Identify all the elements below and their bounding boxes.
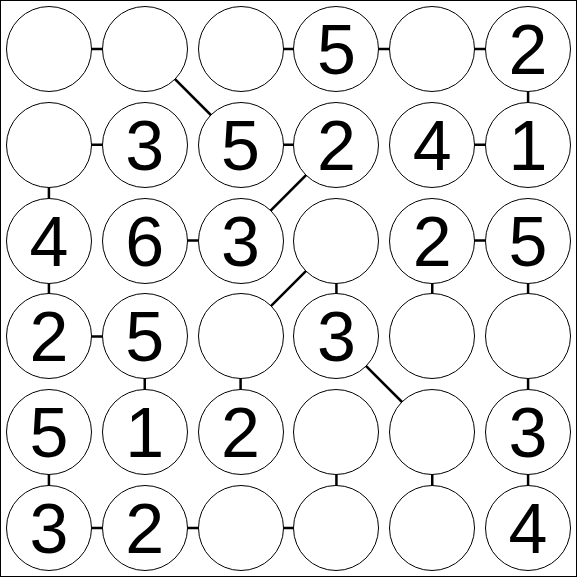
cell-r3c2: 6 xyxy=(97,193,193,289)
given-digit-r2c6[interactable]: 1 xyxy=(485,102,571,188)
cell-r4c5 xyxy=(384,289,480,385)
empty-circle-r4c3[interactable] xyxy=(198,293,284,379)
given-digit-r3c6[interactable]: 5 xyxy=(485,198,571,284)
empty-circle-r6c5[interactable] xyxy=(389,485,475,571)
cell-r1c1 xyxy=(1,1,97,97)
cell-r2c1 xyxy=(1,97,97,193)
cell-r3c1: 4 xyxy=(1,193,97,289)
given-digit-r6c1[interactable]: 3 xyxy=(6,485,92,571)
cell-r4c4: 3 xyxy=(289,289,385,385)
given-digit-r5c1[interactable]: 5 xyxy=(6,389,92,475)
cell-r1c3 xyxy=(193,1,289,97)
cell-r3c4 xyxy=(289,193,385,289)
empty-circle-r1c3[interactable] xyxy=(198,6,284,92)
cell-r4c2: 5 xyxy=(97,289,193,385)
cell-r1c4: 5 xyxy=(289,1,385,97)
cell-r5c1: 5 xyxy=(1,384,97,480)
cell-r2c4: 2 xyxy=(289,97,385,193)
given-digit-r3c2[interactable]: 6 xyxy=(102,198,188,284)
cell-r2c6: 1 xyxy=(480,97,576,193)
cell-r5c5 xyxy=(384,384,480,480)
cell-r6c3 xyxy=(193,480,289,576)
cell-r6c6: 4 xyxy=(480,480,576,576)
cell-r3c6: 5 xyxy=(480,193,576,289)
given-digit-r3c5[interactable]: 2 xyxy=(389,198,475,284)
given-digit-r3c3[interactable]: 3 xyxy=(198,198,284,284)
cell-r1c6: 2 xyxy=(480,1,576,97)
empty-circle-r1c5[interactable] xyxy=(389,6,475,92)
empty-circle-r4c5[interactable] xyxy=(389,293,475,379)
given-digit-r1c6[interactable]: 2 xyxy=(485,6,571,92)
given-digit-r6c6[interactable]: 4 xyxy=(485,485,571,571)
given-digit-r4c1[interactable]: 2 xyxy=(6,293,92,379)
cell-r3c3: 3 xyxy=(193,193,289,289)
given-digit-r2c5[interactable]: 4 xyxy=(389,102,475,188)
cell-r5c4 xyxy=(289,384,385,480)
given-digit-r4c4[interactable]: 3 xyxy=(293,293,379,379)
cell-r3c5: 2 xyxy=(384,193,480,289)
cell-r2c2: 3 xyxy=(97,97,193,193)
cell-r4c3 xyxy=(193,289,289,385)
given-digit-r5c6[interactable]: 3 xyxy=(485,389,571,475)
cell-r5c6: 3 xyxy=(480,384,576,480)
cell-r4c1: 2 xyxy=(1,289,97,385)
given-digit-r4c2[interactable]: 5 xyxy=(102,293,188,379)
cell-r4c6 xyxy=(480,289,576,385)
strimko-board: 5235241463252535123324 xyxy=(0,0,577,577)
given-digit-r1c4[interactable]: 5 xyxy=(293,6,379,92)
empty-circle-r2c1[interactable] xyxy=(6,102,92,188)
empty-circle-r4c6[interactable] xyxy=(485,293,571,379)
given-digit-r5c2[interactable]: 1 xyxy=(102,389,188,475)
empty-circle-r5c5[interactable] xyxy=(389,389,475,475)
given-digit-r6c2[interactable]: 2 xyxy=(102,485,188,571)
empty-circle-r1c1[interactable] xyxy=(6,6,92,92)
puzzle-grid: 5235241463252535123324 xyxy=(1,1,576,576)
empty-circle-r1c2[interactable] xyxy=(102,6,188,92)
cell-r6c1: 3 xyxy=(1,480,97,576)
cell-r2c5: 4 xyxy=(384,97,480,193)
given-digit-r2c3[interactable]: 5 xyxy=(198,102,284,188)
cell-r1c2 xyxy=(97,1,193,97)
cell-r6c2: 2 xyxy=(97,480,193,576)
empty-circle-r6c3[interactable] xyxy=(198,485,284,571)
given-digit-r2c4[interactable]: 2 xyxy=(293,102,379,188)
empty-circle-r5c4[interactable] xyxy=(293,389,379,475)
cell-r6c5 xyxy=(384,480,480,576)
empty-circle-r6c4[interactable] xyxy=(293,485,379,571)
cell-r1c5 xyxy=(384,1,480,97)
given-digit-r2c2[interactable]: 3 xyxy=(102,102,188,188)
given-digit-r3c1[interactable]: 4 xyxy=(6,198,92,284)
cell-r5c2: 1 xyxy=(97,384,193,480)
cell-r6c4 xyxy=(289,480,385,576)
cell-r5c3: 2 xyxy=(193,384,289,480)
empty-circle-r3c4[interactable] xyxy=(293,198,379,284)
cell-r2c3: 5 xyxy=(193,97,289,193)
given-digit-r5c3[interactable]: 2 xyxy=(198,389,284,475)
